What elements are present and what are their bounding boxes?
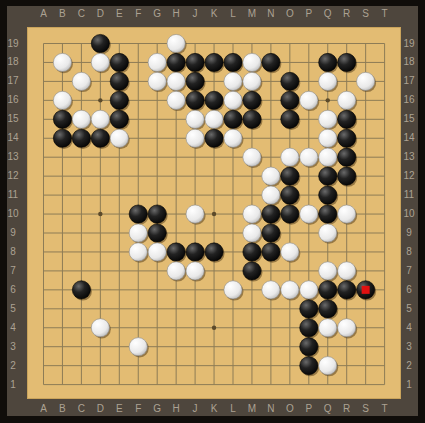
row-label-12: 12 xyxy=(403,171,414,181)
black-stone-R6 xyxy=(338,281,356,299)
white-stone-G18 xyxy=(148,53,166,71)
star-point-D10 xyxy=(98,212,102,216)
row-label-13: 13 xyxy=(7,152,18,162)
col-label-H: H xyxy=(173,9,180,19)
black-stone-D19 xyxy=(91,34,109,52)
row-label-6: 6 xyxy=(10,285,16,295)
col-label-C: C xyxy=(78,404,85,414)
row-label-3: 3 xyxy=(10,342,16,352)
white-stone-H7 xyxy=(167,262,185,280)
black-stone-F10 xyxy=(129,205,147,223)
white-stone-M18 xyxy=(243,53,261,71)
white-stone-C17 xyxy=(72,72,90,90)
black-stone-P2 xyxy=(300,357,318,375)
col-label-Q: Q xyxy=(324,9,332,19)
col-label-K: K xyxy=(211,404,218,414)
col-label-M: M xyxy=(248,9,256,19)
row-label-11: 11 xyxy=(8,190,18,200)
black-stone-J8 xyxy=(186,243,204,261)
black-stone-J17 xyxy=(186,72,204,90)
white-stone-O13 xyxy=(281,148,299,166)
row-label-1: 1 xyxy=(10,380,16,390)
white-stone-E14 xyxy=(110,129,128,147)
black-stone-P3 xyxy=(300,338,318,356)
black-stone-N10 xyxy=(262,205,280,223)
row-label-5: 5 xyxy=(10,304,16,314)
black-stone-H18 xyxy=(167,53,185,71)
star-point-K10 xyxy=(212,212,216,216)
col-label-M: M xyxy=(248,404,256,414)
white-stone-K15 xyxy=(205,110,223,128)
black-stone-J16 xyxy=(186,91,204,109)
go-board[interactable] xyxy=(27,27,401,399)
star-point-K4 xyxy=(212,326,216,330)
white-stone-F9 xyxy=(129,224,147,242)
row-label-8: 8 xyxy=(10,247,16,257)
white-stone-Q15 xyxy=(319,110,337,128)
white-stone-R7 xyxy=(338,262,356,280)
white-stone-S17 xyxy=(357,72,375,90)
white-stone-O6 xyxy=(281,281,299,299)
black-stone-N18 xyxy=(262,53,280,71)
board-grid xyxy=(27,27,401,399)
black-stone-K14 xyxy=(205,129,223,147)
row-label-3: 3 xyxy=(406,342,412,352)
row-label-14: 14 xyxy=(403,133,414,143)
col-label-T: T xyxy=(382,404,388,414)
black-stone-R14 xyxy=(338,129,356,147)
black-stone-M7 xyxy=(243,262,261,280)
white-stone-D4 xyxy=(91,319,109,337)
white-stone-J7 xyxy=(186,262,204,280)
row-label-2: 2 xyxy=(406,361,412,371)
white-stone-L16 xyxy=(224,91,242,109)
black-stone-N8 xyxy=(262,243,280,261)
black-stone-Q6 xyxy=(319,281,337,299)
black-stone-E17 xyxy=(110,72,128,90)
white-stone-J10 xyxy=(186,205,204,223)
white-stone-F8 xyxy=(129,243,147,261)
white-stone-M10 xyxy=(243,205,261,223)
row-label-7: 7 xyxy=(406,266,412,276)
white-stone-D15 xyxy=(91,110,109,128)
col-label-P: P xyxy=(305,9,312,19)
row-label-17: 17 xyxy=(403,76,414,86)
white-stone-J14 xyxy=(186,129,204,147)
row-label-12: 12 xyxy=(7,171,18,181)
black-stone-G9 xyxy=(148,224,166,242)
black-stone-Q10 xyxy=(319,205,337,223)
row-label-17: 17 xyxy=(7,76,18,86)
row-label-19: 19 xyxy=(7,39,18,49)
col-label-E: E xyxy=(116,9,123,19)
black-stone-C6 xyxy=(72,281,90,299)
white-stone-R10 xyxy=(338,205,356,223)
row-label-6: 6 xyxy=(406,285,412,295)
white-stone-H16 xyxy=(167,91,185,109)
black-stone-D14 xyxy=(91,129,109,147)
white-stone-N11 xyxy=(262,186,280,204)
black-stone-E15 xyxy=(110,110,128,128)
black-stone-O10 xyxy=(281,205,299,223)
white-stone-R16 xyxy=(338,91,356,109)
go-app-window: AABBCCDDEEFFGGHHJJKKLLMMNNOOPPQQRRSSTT19… xyxy=(0,0,425,423)
black-stone-R12 xyxy=(338,167,356,185)
row-label-1: 1 xyxy=(406,380,412,390)
black-stone-E18 xyxy=(110,53,128,71)
white-stone-G8 xyxy=(148,243,166,261)
white-stone-C15 xyxy=(72,110,90,128)
col-label-F: F xyxy=(135,9,141,19)
black-stone-B14 xyxy=(53,129,71,147)
col-label-B: B xyxy=(59,9,66,19)
col-label-J: J xyxy=(193,9,198,19)
white-stone-Q13 xyxy=(319,148,337,166)
col-label-G: G xyxy=(153,404,161,414)
white-stone-Q2 xyxy=(319,357,337,375)
row-label-10: 10 xyxy=(403,209,414,219)
black-stone-H8 xyxy=(167,243,185,261)
black-stone-Q18 xyxy=(319,53,337,71)
row-label-14: 14 xyxy=(7,133,18,143)
col-label-L: L xyxy=(230,9,236,19)
black-stone-O12 xyxy=(281,167,299,185)
black-stone-Q5 xyxy=(319,300,337,318)
row-label-15: 15 xyxy=(7,114,18,124)
white-stone-O8 xyxy=(281,243,299,261)
black-stone-P4 xyxy=(300,319,318,337)
black-stone-M15 xyxy=(243,110,261,128)
row-label-4: 4 xyxy=(406,323,412,333)
black-stone-B15 xyxy=(53,110,71,128)
black-stone-E16 xyxy=(110,91,128,109)
white-stone-P10 xyxy=(300,205,318,223)
white-stone-L6 xyxy=(224,281,242,299)
col-label-D: D xyxy=(97,404,104,414)
col-label-S: S xyxy=(362,9,369,19)
row-label-8: 8 xyxy=(406,247,412,257)
white-stone-N6 xyxy=(262,281,280,299)
black-stone-Q11 xyxy=(319,186,337,204)
white-stone-M9 xyxy=(243,224,261,242)
col-label-B: B xyxy=(59,404,66,414)
black-stone-O16 xyxy=(281,91,299,109)
row-label-18: 18 xyxy=(7,57,18,67)
col-label-F: F xyxy=(135,404,141,414)
col-label-O: O xyxy=(286,404,294,414)
col-label-N: N xyxy=(267,404,274,414)
black-stone-J18 xyxy=(186,53,204,71)
col-label-P: P xyxy=(305,404,312,414)
col-label-C: C xyxy=(78,9,85,19)
row-label-7: 7 xyxy=(10,266,16,276)
white-stone-Q14 xyxy=(319,129,337,147)
col-label-N: N xyxy=(267,9,274,19)
black-stone-M16 xyxy=(243,91,261,109)
row-label-16: 16 xyxy=(7,95,18,105)
row-label-10: 10 xyxy=(7,209,18,219)
black-stone-M8 xyxy=(243,243,261,261)
black-stone-R18 xyxy=(338,53,356,71)
white-stone-H17 xyxy=(167,72,185,90)
col-label-S: S xyxy=(362,404,369,414)
white-stone-Q17 xyxy=(319,72,337,90)
col-label-A: A xyxy=(40,404,47,414)
white-stone-P13 xyxy=(300,148,318,166)
white-stone-L17 xyxy=(224,72,242,90)
col-label-K: K xyxy=(211,9,218,19)
col-label-G: G xyxy=(153,9,161,19)
black-stone-G10 xyxy=(148,205,166,223)
white-stone-Q4 xyxy=(319,319,337,337)
row-label-18: 18 xyxy=(403,57,414,67)
white-stone-B18 xyxy=(53,53,71,71)
white-stone-B16 xyxy=(53,91,71,109)
col-label-O: O xyxy=(286,9,294,19)
white-stone-R4 xyxy=(338,319,356,337)
white-stone-G17 xyxy=(148,72,166,90)
star-point-D16 xyxy=(98,98,102,102)
white-stone-M17 xyxy=(243,72,261,90)
black-stone-K8 xyxy=(205,243,223,261)
col-label-E: E xyxy=(116,404,123,414)
black-stone-L18 xyxy=(224,53,242,71)
black-stone-P5 xyxy=(300,300,318,318)
white-stone-P16 xyxy=(300,91,318,109)
row-label-11: 11 xyxy=(404,190,414,200)
row-label-19: 19 xyxy=(403,39,414,49)
white-stone-P6 xyxy=(300,281,318,299)
col-label-H: H xyxy=(173,404,180,414)
row-label-5: 5 xyxy=(406,304,412,314)
col-label-Q: Q xyxy=(324,404,332,414)
col-label-J: J xyxy=(193,404,198,414)
col-label-L: L xyxy=(230,404,236,414)
row-label-9: 9 xyxy=(406,228,412,238)
col-label-R: R xyxy=(343,9,350,19)
black-stone-L15 xyxy=(224,110,242,128)
row-label-4: 4 xyxy=(10,323,16,333)
last-move-marker xyxy=(362,286,370,294)
col-label-R: R xyxy=(343,404,350,414)
black-stone-O15 xyxy=(281,110,299,128)
white-stone-F3 xyxy=(129,338,147,356)
black-stone-Q12 xyxy=(319,167,337,185)
black-stone-C14 xyxy=(72,129,90,147)
col-label-D: D xyxy=(97,9,104,19)
row-label-9: 9 xyxy=(10,228,16,238)
col-label-A: A xyxy=(40,9,47,19)
black-stone-N9 xyxy=(262,224,280,242)
black-stone-R13 xyxy=(338,148,356,166)
white-stone-M13 xyxy=(243,148,261,166)
black-stone-R15 xyxy=(338,110,356,128)
row-label-2: 2 xyxy=(10,361,16,371)
white-stone-J15 xyxy=(186,110,204,128)
black-stone-K18 xyxy=(205,53,223,71)
black-stone-O11 xyxy=(281,186,299,204)
col-label-T: T xyxy=(382,9,388,19)
white-stone-H19 xyxy=(167,34,185,52)
white-stone-N12 xyxy=(262,167,280,185)
white-stone-Q9 xyxy=(319,224,337,242)
row-label-16: 16 xyxy=(403,95,414,105)
white-stone-L14 xyxy=(224,129,242,147)
white-stone-Q7 xyxy=(319,262,337,280)
row-label-15: 15 xyxy=(403,114,414,124)
black-stone-K16 xyxy=(205,91,223,109)
star-point-Q16 xyxy=(326,98,330,102)
row-label-13: 13 xyxy=(403,152,414,162)
black-stone-O17 xyxy=(281,72,299,90)
white-stone-D18 xyxy=(91,53,109,71)
